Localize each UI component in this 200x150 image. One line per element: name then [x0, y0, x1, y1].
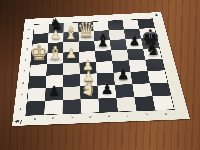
knight-logo-icon: ♞ [154, 13, 159, 16]
square-b1 [44, 100, 62, 115]
square-c1 [63, 99, 81, 114]
square-b2 [45, 87, 63, 101]
square-a4 [30, 64, 47, 76]
square-a2 [27, 88, 45, 102]
rank-label-6: 6 [26, 48, 28, 50]
square-h3 [147, 70, 167, 83]
square-d2 [80, 86, 98, 100]
rank-label-2: 2 [21, 94, 24, 97]
square-f3 [114, 72, 133, 85]
rank-label-8: 8 [28, 29, 30, 31]
square-h5 [143, 48, 162, 60]
file-label-h: h [164, 112, 167, 115]
rank-label-7: 7 [27, 38, 29, 40]
knight-logo-icon: ♞ [13, 118, 22, 124]
square-c2 [63, 86, 81, 100]
square-c5 [63, 52, 79, 64]
square-f5 [111, 50, 129, 62]
square-e1 [98, 98, 118, 113]
rank-label-1: 1 [19, 107, 22, 110]
square-b3 [46, 75, 63, 88]
square-f4 [112, 60, 130, 72]
square-c3 [63, 74, 80, 87]
file-label-f: f [127, 114, 129, 117]
file-label-b: b [52, 117, 55, 120]
chessboard-photo-scene: abcdefgh 87654321 ♞ ♞ ♞♛♝♟♚♟♝♞♟♝♚♟♟♟♟♞♟ [0, 0, 200, 150]
square-h2 [150, 83, 171, 97]
square-e4 [96, 61, 114, 73]
square-b5 [47, 53, 63, 65]
square-a3 [28, 76, 46, 89]
square-f1 [116, 97, 136, 112]
file-label-a: a [33, 118, 36, 121]
square-d3 [80, 73, 98, 86]
square-d4 [79, 62, 96, 74]
file-label-d: d [89, 115, 92, 118]
square-e5 [95, 50, 112, 62]
rank-label-5: 5 [25, 59, 27, 61]
file-label-e: e [108, 115, 111, 118]
square-a5 [31, 53, 48, 65]
vinyl-board-sheet: abcdefgh 87654321 ♞ ♞ [12, 12, 190, 126]
file-label-g: g [145, 113, 148, 116]
square-h4 [145, 59, 164, 71]
square-e3 [97, 73, 115, 86]
square-e2 [97, 85, 116, 99]
square-f2 [115, 84, 134, 98]
square-a1 [26, 101, 45, 115]
chess-board [26, 19, 174, 116]
square-d5 [79, 51, 96, 63]
square-h1 [152, 95, 173, 110]
rank-label-3: 3 [22, 81, 24, 84]
square-d1 [81, 99, 100, 114]
rank-label-4: 4 [23, 70, 25, 72]
file-label-c: c [71, 116, 73, 119]
square-c4 [63, 63, 80, 75]
square-b4 [46, 63, 63, 75]
